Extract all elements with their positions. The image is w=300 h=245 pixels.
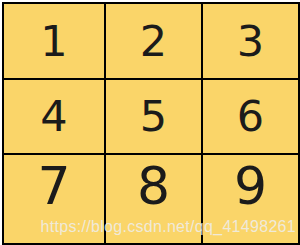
cell-r2c3: 6 (203, 80, 298, 153)
grid-board: 1 2 3 4 5 6 7 8 9 (2, 2, 300, 245)
cell-r1c3: 3 (203, 4, 298, 78)
cell-r2c2: 5 (106, 80, 201, 153)
cell-r3c3: 9 (203, 155, 298, 243)
cell-r2c1: 4 (4, 80, 104, 153)
cell-r1c2: 2 (106, 4, 201, 78)
cell-r1c1: 1 (4, 4, 104, 78)
number-grid-diagram: 1 2 3 4 5 6 7 8 9 https://blog.csdn.net/… (0, 0, 300, 245)
cell-r3c2: 8 (106, 155, 201, 243)
cell-r3c1: 7 (4, 155, 104, 243)
